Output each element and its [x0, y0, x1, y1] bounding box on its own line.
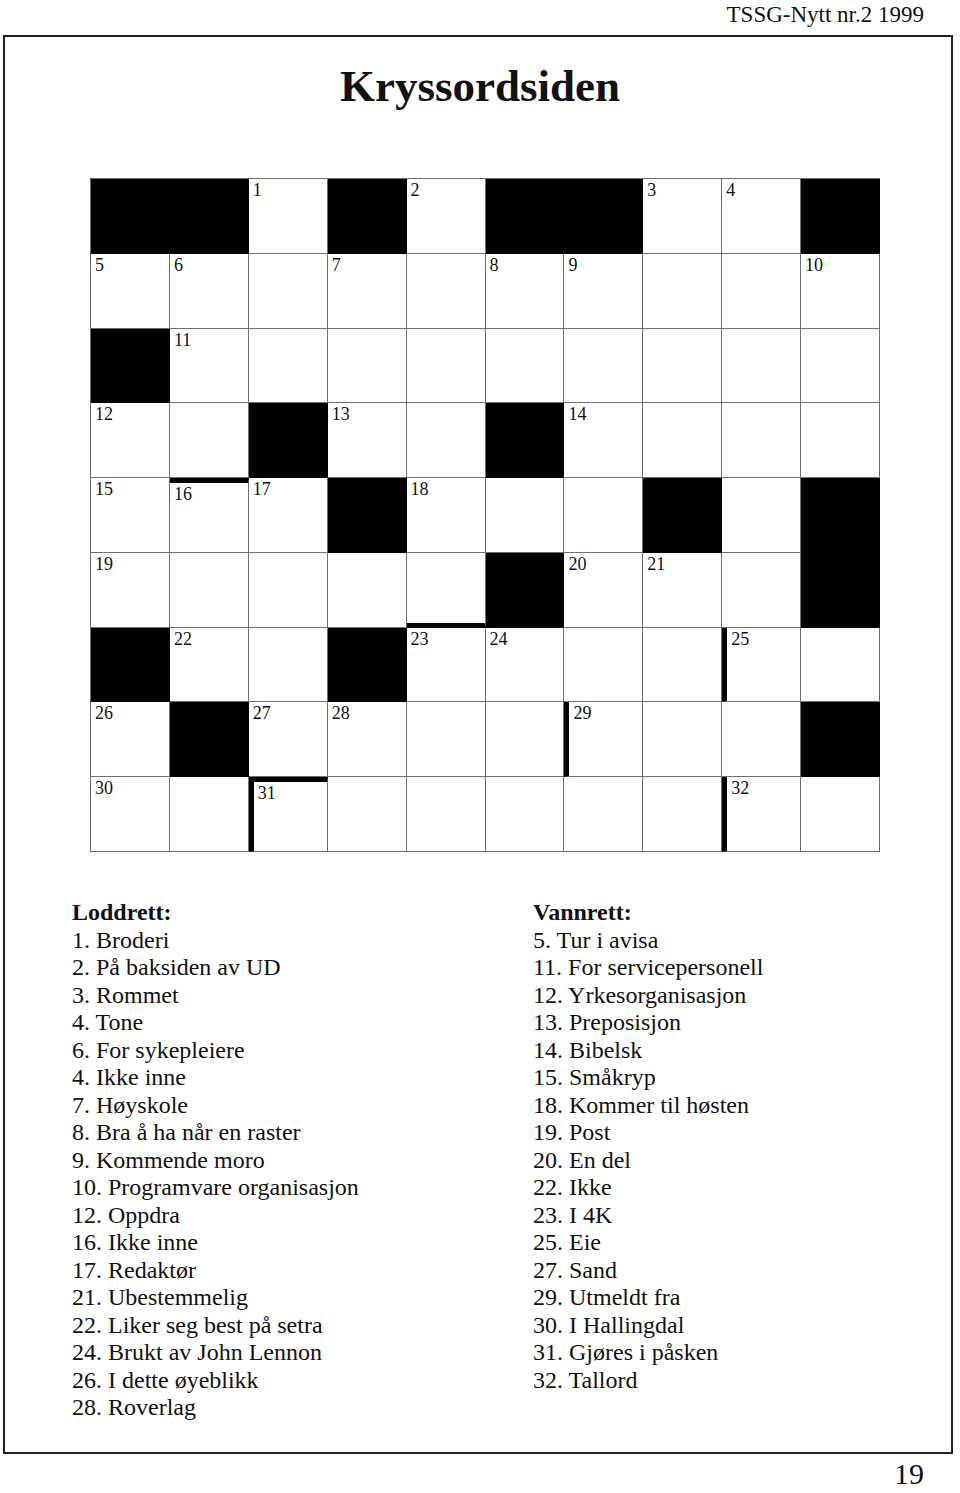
- clue-down-18: 28. Roverlag: [72, 1394, 359, 1422]
- cell-r8c6[interactable]: [486, 702, 565, 777]
- clue-number-6: 6: [174, 255, 183, 275]
- clue-number-19: 19: [95, 554, 113, 574]
- black-cell-r5c4: [328, 478, 407, 553]
- cell-r4c9[interactable]: [722, 403, 801, 478]
- clue-across-2: 11. For servicepersonell: [533, 954, 763, 982]
- clue-number-29: 29: [573, 703, 591, 723]
- cell-r2c5[interactable]: [407, 254, 486, 329]
- cell-r8c8[interactable]: [643, 702, 722, 777]
- cell-r4c8[interactable]: [643, 403, 722, 478]
- cell-r5c3[interactable]: 17: [249, 478, 328, 553]
- clue-number-2: 2: [411, 180, 420, 200]
- cell-r9c5[interactable]: [407, 777, 486, 852]
- clue-across-3: 12. Yrkesorganisasjon: [533, 982, 763, 1010]
- cell-r2c2[interactable]: 6: [170, 254, 249, 329]
- clue-down-16: 24. Brukt av John Lennon: [72, 1339, 359, 1367]
- cell-r5c9[interactable]: [722, 478, 801, 553]
- clue-down-3: 3. Rommet: [72, 982, 359, 1010]
- cell-r7c5[interactable]: 23: [407, 628, 486, 703]
- clue-number-30: 30: [95, 778, 113, 798]
- clue-number-3: 3: [647, 180, 656, 200]
- clue-number-22: 22: [174, 629, 192, 649]
- cell-r7c9[interactable]: 25: [722, 628, 801, 703]
- clue-across-17: 32. Tallord: [533, 1367, 763, 1395]
- cell-r8c3[interactable]: 27: [249, 702, 328, 777]
- black-cell-r1c4: [328, 179, 407, 254]
- cell-r8c7[interactable]: 29: [564, 702, 643, 777]
- cell-r9c1[interactable]: 30: [91, 777, 170, 852]
- cell-r2c6[interactable]: 8: [486, 254, 565, 329]
- clue-down-4: 4. Tone: [72, 1009, 359, 1037]
- black-cell-r5c10: [801, 478, 880, 553]
- journal-header: TSSG-Nytt nr.2 1999: [727, 2, 924, 28]
- clue-down-6: 4. Ikke inne: [72, 1064, 359, 1092]
- clue-across-15: 30. I Hallingdal: [533, 1312, 763, 1340]
- cell-r6c4[interactable]: [328, 553, 407, 628]
- black-cell-r1c10: [801, 179, 880, 254]
- cell-r7c6[interactable]: 24: [486, 628, 565, 703]
- cell-r2c7[interactable]: 9: [564, 254, 643, 329]
- clue-across-4: 13. Preposisjon: [533, 1009, 763, 1037]
- clue-across-8: 19. Post: [533, 1119, 763, 1147]
- cell-r6c5[interactable]: [407, 553, 486, 628]
- clue-across-11: 23. I 4K: [533, 1202, 763, 1230]
- clue-number-10: 10: [805, 255, 823, 275]
- clue-down-14: 21. Ubestemmelig: [72, 1284, 359, 1312]
- black-cell-r7c1: [91, 628, 170, 703]
- clue-number-18: 18: [411, 479, 429, 499]
- cell-r2c3[interactable]: [249, 254, 328, 329]
- black-cell-r6c6: [486, 553, 565, 628]
- cell-r4c4[interactable]: 13: [328, 403, 407, 478]
- cell-r2c9[interactable]: [722, 254, 801, 329]
- clue-across-6: 15. Småkryp: [533, 1064, 763, 1092]
- cell-r8c9[interactable]: [722, 702, 801, 777]
- black-cell-r1c1: [91, 179, 170, 254]
- cell-r9c10[interactable]: [801, 777, 880, 852]
- cell-r7c10[interactable]: [801, 628, 880, 703]
- black-cell-r4c3: [249, 403, 328, 478]
- clue-number-16: 16: [174, 484, 192, 504]
- clue-number-31: 31: [258, 783, 276, 803]
- cell-r7c2[interactable]: 22: [170, 628, 249, 703]
- clue-number-21: 21: [647, 554, 665, 574]
- clue-across-1: 5. Tur i avisa: [533, 927, 763, 955]
- cell-r1c3[interactable]: 1: [249, 179, 328, 254]
- clues-across-header: Vannrett:: [533, 899, 763, 927]
- clue-down-10: 10. Programvare organisasjon: [72, 1174, 359, 1202]
- clue-down-5: 6. For sykepleiere: [72, 1037, 359, 1065]
- clue-number-8: 8: [490, 255, 499, 275]
- cell-r8c4[interactable]: 28: [328, 702, 407, 777]
- clue-number-24: 24: [490, 629, 508, 649]
- cell-r9c7[interactable]: [564, 777, 643, 852]
- clue-number-13: 13: [332, 404, 350, 424]
- cell-r1c9[interactable]: 4: [722, 179, 801, 254]
- cell-r2c10[interactable]: 10: [801, 254, 880, 329]
- cell-r6c1[interactable]: 19: [91, 553, 170, 628]
- clue-down-15: 22. Liker seg best på setra: [72, 1312, 359, 1340]
- page-number: 19: [894, 1457, 924, 1491]
- clue-number-27: 27: [253, 703, 271, 723]
- cell-r4c5[interactable]: [407, 403, 486, 478]
- clue-number-20: 20: [568, 554, 586, 574]
- cell-r9c4[interactable]: [328, 777, 407, 852]
- black-cell-r8c10: [801, 702, 880, 777]
- crossword-grid: 1234567891011121314151617181920212223242…: [90, 178, 880, 852]
- clue-across-13: 27. Sand: [533, 1257, 763, 1285]
- clue-number-23: 23: [411, 629, 429, 649]
- clue-down-17: 26. I dette øyeblikk: [72, 1367, 359, 1395]
- clue-number-7: 7: [332, 255, 341, 275]
- page-title: Kryssordsiden: [0, 60, 960, 112]
- cell-r9c3[interactable]: 31: [249, 777, 328, 852]
- clue-down-12: 16. Ikke inne: [72, 1229, 359, 1257]
- clues-down-section: Loddrett: 1. Broderi2. På baksiden av UD…: [72, 899, 359, 1422]
- clue-across-7: 18. Kommer til høsten: [533, 1092, 763, 1120]
- clue-down-7: 7. Høyskole: [72, 1092, 359, 1120]
- clue-down-1: 1. Broderi: [72, 927, 359, 955]
- cell-r9c9[interactable]: 32: [722, 777, 801, 852]
- cell-r1c8[interactable]: 3: [643, 179, 722, 254]
- clue-number-9: 9: [568, 255, 577, 275]
- cell-r5c1[interactable]: 15: [91, 478, 170, 553]
- clue-number-4: 4: [726, 180, 735, 200]
- cell-r7c3[interactable]: [249, 628, 328, 703]
- black-cell-r5c8: [643, 478, 722, 553]
- cell-r9c2[interactable]: [170, 777, 249, 852]
- cell-r6c7[interactable]: 20: [564, 553, 643, 628]
- clue-down-11: 12. Oppdra: [72, 1202, 359, 1230]
- cell-r4c2[interactable]: [170, 403, 249, 478]
- cell-r3c6[interactable]: [486, 329, 565, 404]
- clue-across-9: 20. En del: [533, 1147, 763, 1175]
- cell-r3c8[interactable]: [643, 329, 722, 404]
- clue-number-14: 14: [568, 404, 586, 424]
- black-cell-r1c7: [564, 179, 643, 254]
- clue-number-12: 12: [95, 404, 113, 424]
- clue-down-9: 9. Kommende moro: [72, 1147, 359, 1175]
- cell-r6c3[interactable]: [249, 553, 328, 628]
- clues-across-section: Vannrett: 5. Tur i avisa11. For servicep…: [533, 899, 763, 1394]
- cell-r2c8[interactable]: [643, 254, 722, 329]
- clue-across-10: 22. Ikke: [533, 1174, 763, 1202]
- clue-across-5: 14. Bibelsk: [533, 1037, 763, 1065]
- cell-r3c2[interactable]: 11: [170, 329, 249, 404]
- cell-r8c1[interactable]: 26: [91, 702, 170, 777]
- clue-number-28: 28: [332, 703, 350, 723]
- clue-number-26: 26: [95, 703, 113, 723]
- black-cell-r8c2: [170, 702, 249, 777]
- cell-r9c6[interactable]: [486, 777, 565, 852]
- cell-r3c10[interactable]: [801, 329, 880, 404]
- clue-down-8: 8. Bra å ha når en raster: [72, 1119, 359, 1147]
- black-cell-r3c1: [91, 329, 170, 404]
- cell-r1c5[interactable]: 2: [407, 179, 486, 254]
- clue-across-12: 25. Eie: [533, 1229, 763, 1257]
- clue-across-16: 31. Gjøres i påsken: [533, 1339, 763, 1367]
- cell-r3c4[interactable]: [328, 329, 407, 404]
- cell-r6c9[interactable]: [722, 553, 801, 628]
- clue-number-11: 11: [174, 330, 191, 350]
- cell-r2c1[interactable]: 5: [91, 254, 170, 329]
- cell-r7c7[interactable]: [564, 628, 643, 703]
- cell-r4c7[interactable]: 14: [564, 403, 643, 478]
- clue-down-13: 17. Redaktør: [72, 1257, 359, 1285]
- clue-number-25: 25: [731, 629, 749, 649]
- cell-r3c3[interactable]: [249, 329, 328, 404]
- black-cell-r7c4: [328, 628, 407, 703]
- clue-number-15: 15: [95, 479, 113, 499]
- cell-r5c7[interactable]: [564, 478, 643, 553]
- clues-down-header: Loddrett:: [72, 899, 359, 927]
- black-cell-r1c2: [170, 179, 249, 254]
- cell-r3c5[interactable]: [407, 329, 486, 404]
- clue-number-32: 32: [731, 778, 749, 798]
- clue-number-1: 1: [253, 180, 262, 200]
- cell-r8c5[interactable]: [407, 702, 486, 777]
- cell-r6c2[interactable]: [170, 553, 249, 628]
- cell-r2c4[interactable]: 7: [328, 254, 407, 329]
- cell-r4c1[interactable]: 12: [91, 403, 170, 478]
- black-cell-r4c6: [486, 403, 565, 478]
- clue-down-2: 2. På baksiden av UD: [72, 954, 359, 982]
- clue-number-5: 5: [95, 255, 104, 275]
- cell-r5c2[interactable]: 16: [170, 478, 249, 553]
- cell-r3c7[interactable]: [564, 329, 643, 404]
- cell-r7c8[interactable]: [643, 628, 722, 703]
- cell-r6c8[interactable]: 21: [643, 553, 722, 628]
- cell-r5c5[interactable]: 18: [407, 478, 486, 553]
- black-cell-r1c6: [486, 179, 565, 254]
- cell-r9c8[interactable]: [643, 777, 722, 852]
- clue-across-14: 29. Utmeldt fra: [533, 1284, 763, 1312]
- cell-r4c10[interactable]: [801, 403, 880, 478]
- cell-r3c9[interactable]: [722, 329, 801, 404]
- cell-r5c6[interactable]: [486, 478, 565, 553]
- clue-number-17: 17: [253, 479, 271, 499]
- black-cell-r6c10: [801, 553, 880, 628]
